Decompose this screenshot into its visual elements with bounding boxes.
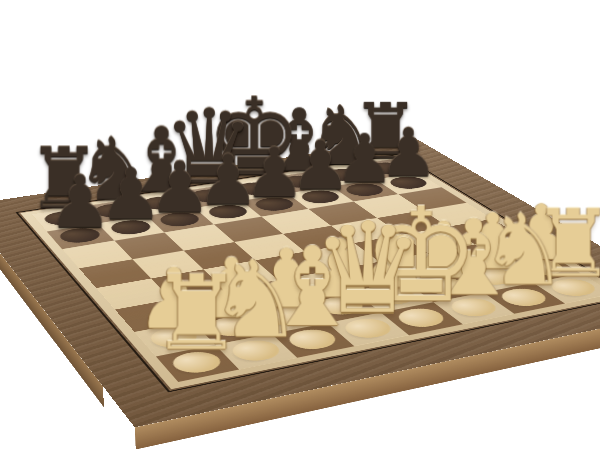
photo-stage: ♜♞♝♛♚♝♞♜♟♟♟♟♟♟♟♟♟♟♟♟♟♟♟♟♜♞♝♛♚♝♞♜	[0, 0, 600, 462]
black-pawn-a7[interactable]: ♟	[48, 166, 113, 238]
chess-board: ♜♞♝♛♚♝♞♜♟♟♟♟♟♟♟♟♟♟♟♟♟♟♟♟♜♞♝♛♚♝♞♜	[0, 138, 600, 427]
white-rook-a1[interactable]: ♜	[151, 262, 243, 365]
scene: ♜♞♝♛♚♝♞♜♟♟♟♟♟♟♟♟♟♟♟♟♟♟♟♟♜♞♝♛♚♝♞♜	[0, 0, 600, 462]
